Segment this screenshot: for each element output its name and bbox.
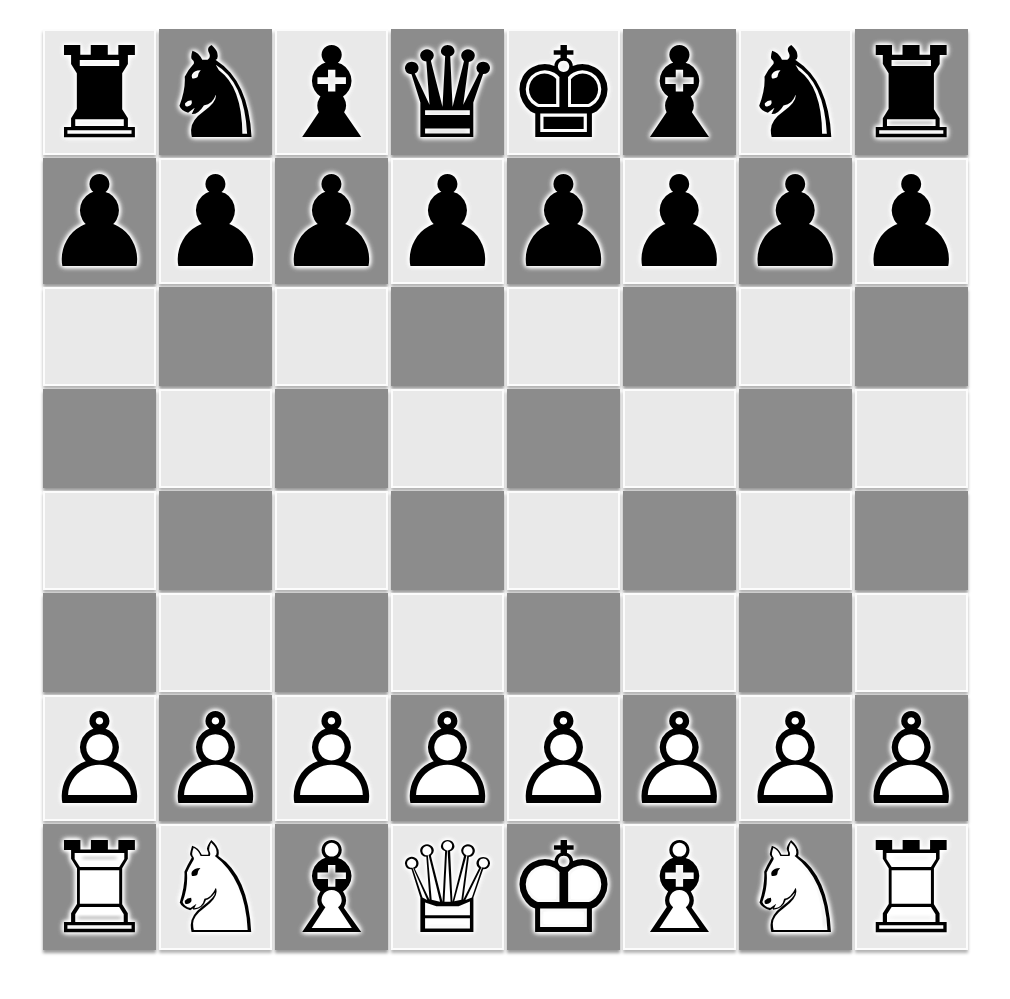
- square-d4[interactable]: [391, 491, 504, 590]
- square-c5[interactable]: [275, 389, 388, 488]
- square-e1[interactable]: ♚♔: [507, 824, 620, 950]
- black-pawn[interactable]: ♟: [623, 160, 736, 286]
- square-g2[interactable]: ♟♙: [739, 695, 852, 821]
- square-d6[interactable]: [391, 287, 504, 386]
- square-d3[interactable]: [391, 593, 504, 692]
- square-c4[interactable]: [275, 491, 388, 590]
- piece-outline-layer: ♙: [739, 697, 852, 823]
- black-bishop[interactable]: ♝: [623, 31, 736, 157]
- square-e6[interactable]: [507, 287, 620, 386]
- square-h6[interactable]: [855, 287, 968, 386]
- chess-board: ♜♞♝♛♚♝♞♜♟♟♟♟♟♟♟♟♟♙♟♙♟♙♟♙♟♙♟♙♟♙♟♙♜♖♞♘♝♗♛♕…: [43, 29, 964, 950]
- piece-outline-layer: ♙: [43, 697, 156, 823]
- white-king[interactable]: ♚♔: [507, 826, 620, 952]
- white-pawn[interactable]: ♟♙: [855, 697, 968, 823]
- black-pawn[interactable]: ♟: [391, 160, 504, 286]
- square-g1[interactable]: ♞♘: [739, 824, 852, 950]
- white-queen[interactable]: ♛♕: [391, 826, 504, 952]
- piece-outline-layer: ♙: [275, 697, 388, 823]
- square-h7[interactable]: ♟: [855, 158, 968, 284]
- square-b5[interactable]: [159, 389, 272, 488]
- white-rook[interactable]: ♜♖: [855, 826, 968, 952]
- white-pawn[interactable]: ♟♙: [507, 697, 620, 823]
- square-c6[interactable]: [275, 287, 388, 386]
- white-bishop[interactable]: ♝♗: [275, 826, 388, 952]
- white-bishop[interactable]: ♝♗: [623, 826, 736, 952]
- white-pawn[interactable]: ♟♙: [275, 697, 388, 823]
- black-king[interactable]: ♚: [507, 31, 620, 157]
- square-d7[interactable]: ♟: [391, 158, 504, 284]
- piece-outline-layer: ♔: [507, 826, 620, 952]
- white-rook[interactable]: ♜♖: [43, 826, 156, 952]
- square-f2[interactable]: ♟♙: [623, 695, 736, 821]
- black-pawn[interactable]: ♟: [159, 160, 272, 286]
- square-d2[interactable]: ♟♙: [391, 695, 504, 821]
- square-a5[interactable]: [43, 389, 156, 488]
- black-pawn[interactable]: ♟: [43, 160, 156, 286]
- square-b6[interactable]: [159, 287, 272, 386]
- square-g6[interactable]: [739, 287, 852, 386]
- square-b4[interactable]: [159, 491, 272, 590]
- square-g5[interactable]: [739, 389, 852, 488]
- piece-outline-layer: ♖: [43, 826, 156, 952]
- piece-outline-layer: ♖: [855, 826, 968, 952]
- square-a7[interactable]: ♟: [43, 158, 156, 284]
- square-c3[interactable]: [275, 593, 388, 692]
- square-c8[interactable]: ♝: [275, 29, 388, 155]
- square-c1[interactable]: ♝♗: [275, 824, 388, 950]
- square-e4[interactable]: [507, 491, 620, 590]
- piece-outline-layer: ♙: [855, 697, 968, 823]
- square-h3[interactable]: [855, 593, 968, 692]
- square-f5[interactable]: [623, 389, 736, 488]
- black-pawn[interactable]: ♟: [855, 160, 968, 286]
- piece-outline-layer: ♘: [159, 826, 272, 952]
- piece-outline-layer: ♙: [159, 697, 272, 823]
- piece-outline-layer: ♗: [275, 826, 388, 952]
- square-c7[interactable]: ♟: [275, 158, 388, 284]
- piece-outline-layer: ♗: [623, 826, 736, 952]
- square-e2[interactable]: ♟♙: [507, 695, 620, 821]
- square-f4[interactable]: [623, 491, 736, 590]
- white-pawn[interactable]: ♟♙: [43, 697, 156, 823]
- black-knight[interactable]: ♞: [739, 31, 852, 157]
- white-knight[interactable]: ♞♘: [159, 826, 272, 952]
- piece-outline-layer: ♕: [391, 826, 504, 952]
- square-f8[interactable]: ♝: [623, 29, 736, 155]
- black-pawn[interactable]: ♟: [739, 160, 852, 286]
- square-h4[interactable]: [855, 491, 968, 590]
- square-d8[interactable]: ♛: [391, 29, 504, 155]
- white-pawn[interactable]: ♟♙: [623, 697, 736, 823]
- square-e3[interactable]: [507, 593, 620, 692]
- black-rook[interactable]: ♜: [43, 31, 156, 157]
- square-a2[interactable]: ♟♙: [43, 695, 156, 821]
- square-d5[interactable]: [391, 389, 504, 488]
- square-b1[interactable]: ♞♘: [159, 824, 272, 950]
- square-b3[interactable]: [159, 593, 272, 692]
- square-f3[interactable]: [623, 593, 736, 692]
- black-knight[interactable]: ♞: [159, 31, 272, 157]
- black-bishop[interactable]: ♝: [275, 31, 388, 157]
- black-pawn[interactable]: ♟: [275, 160, 388, 286]
- square-e5[interactable]: [507, 389, 620, 488]
- white-pawn[interactable]: ♟♙: [391, 697, 504, 823]
- square-h5[interactable]: [855, 389, 968, 488]
- chess-diagram-page: ♜♞♝♛♚♝♞♜♟♟♟♟♟♟♟♟♟♙♟♙♟♙♟♙♟♙♟♙♟♙♟♙♜♖♞♘♝♗♛♕…: [0, 0, 1010, 999]
- square-f7[interactable]: ♟: [623, 158, 736, 284]
- square-d1[interactable]: ♛♕: [391, 824, 504, 950]
- white-pawn[interactable]: ♟♙: [739, 697, 852, 823]
- square-e8[interactable]: ♚: [507, 29, 620, 155]
- square-g7[interactable]: ♟: [739, 158, 852, 284]
- square-e7[interactable]: ♟: [507, 158, 620, 284]
- black-queen[interactable]: ♛: [391, 31, 504, 157]
- square-b8[interactable]: ♞: [159, 29, 272, 155]
- square-b7[interactable]: ♟: [159, 158, 272, 284]
- white-pawn[interactable]: ♟♙: [159, 697, 272, 823]
- square-g8[interactable]: ♞: [739, 29, 852, 155]
- square-f6[interactable]: [623, 287, 736, 386]
- white-knight[interactable]: ♞♘: [739, 826, 852, 952]
- square-b2[interactable]: ♟♙: [159, 695, 272, 821]
- square-h8[interactable]: ♜: [855, 29, 968, 155]
- square-a1[interactable]: ♜♖: [43, 824, 156, 950]
- square-c2[interactable]: ♟♙: [275, 695, 388, 821]
- square-f1[interactable]: ♝♗: [623, 824, 736, 950]
- square-a3[interactable]: [43, 593, 156, 692]
- square-g3[interactable]: [739, 593, 852, 692]
- square-h1[interactable]: ♜♖: [855, 824, 968, 950]
- piece-outline-layer: ♘: [739, 826, 852, 952]
- square-a8[interactable]: ♜: [43, 29, 156, 155]
- square-h2[interactable]: ♟♙: [855, 695, 968, 821]
- square-a6[interactable]: [43, 287, 156, 386]
- piece-outline-layer: ♙: [391, 697, 504, 823]
- piece-outline-layer: ♙: [623, 697, 736, 823]
- black-pawn[interactable]: ♟: [507, 160, 620, 286]
- square-a4[interactable]: [43, 491, 156, 590]
- piece-outline-layer: ♙: [507, 697, 620, 823]
- black-rook[interactable]: ♜: [855, 31, 968, 157]
- square-g4[interactable]: [739, 491, 852, 590]
